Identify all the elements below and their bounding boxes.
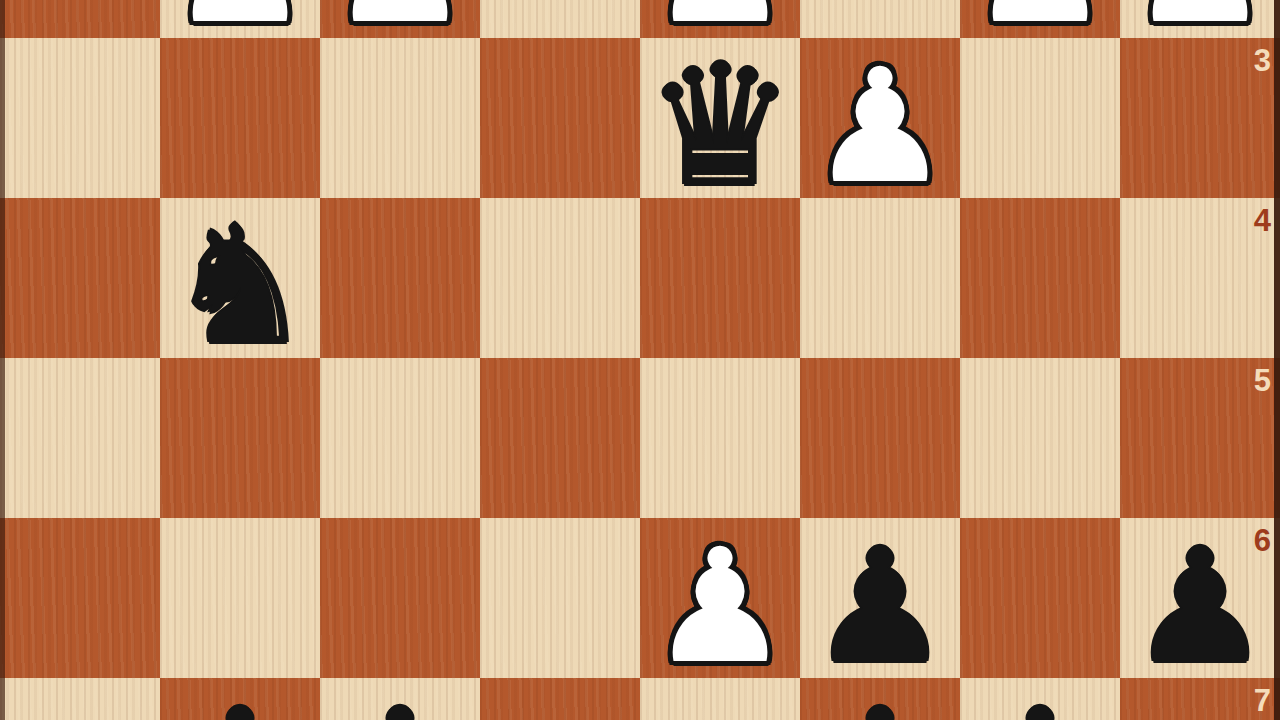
square-d4[interactable] [640,198,800,358]
square-g5[interactable] [160,358,320,518]
square-d6[interactable]: ♟ [640,518,800,678]
piece-black-knight-g4[interactable]: ♞ [166,206,313,366]
square-b6[interactable] [960,518,1120,678]
square-b7[interactable]: ♟ [960,678,1120,720]
square-e6[interactable] [480,518,640,678]
square-e2[interactable] [480,0,640,38]
square-a4[interactable]: 4 [1120,198,1280,358]
square-f3[interactable] [320,38,480,198]
rank-label-3: 3 [1254,45,1271,76]
square-a7[interactable]: 7 [1120,678,1280,720]
square-d5[interactable] [640,358,800,518]
square-e4[interactable] [480,198,640,358]
square-b3[interactable] [960,38,1120,198]
piece-white-pawn-d6[interactable]: ♟ [649,526,791,686]
square-d7[interactable] [640,678,800,720]
square-b4[interactable] [960,198,1120,358]
square-f4[interactable] [320,198,480,358]
piece-black-queen-d3[interactable]: ♛ [645,46,796,206]
square-e7[interactable] [480,678,640,720]
square-h3[interactable] [0,38,160,198]
square-c3[interactable]: ♟ [800,38,960,198]
rank-label-7: 7 [1254,685,1271,716]
square-c4[interactable] [800,198,960,358]
square-f7[interactable]: ♟ [320,678,480,720]
square-a3[interactable]: 3 [1120,38,1280,198]
square-h5[interactable] [0,358,160,518]
square-c7[interactable]: ♟ [800,678,960,720]
piece-black-pawn-c7[interactable]: ♟ [809,686,951,720]
rank-label-4: 4 [1254,205,1271,236]
square-f5[interactable] [320,358,480,518]
square-g2[interactable]: ♟ [160,0,320,38]
square-a6[interactable]: 6♟ [1120,518,1280,678]
piece-black-pawn-f7[interactable]: ♟ [329,686,471,720]
board-right-edge [1274,0,1280,720]
square-e3[interactable] [480,38,640,198]
board-left-edge [0,0,5,720]
square-b2[interactable]: ♟ [960,0,1120,38]
square-d3[interactable]: ♛ [640,38,800,198]
square-c5[interactable] [800,358,960,518]
rank-label-5: 5 [1254,365,1271,396]
square-c2[interactable] [800,0,960,38]
square-a2[interactable]: ♟ [1120,0,1280,38]
square-g4[interactable]: ♞ [160,198,320,358]
square-h7[interactable] [0,678,160,720]
square-f6[interactable] [320,518,480,678]
square-g3[interactable] [160,38,320,198]
square-h6[interactable] [0,518,160,678]
square-g6[interactable] [160,518,320,678]
square-e5[interactable] [480,358,640,518]
square-f2[interactable]: ♟ [320,0,480,38]
piece-black-pawn-b7[interactable]: ♟ [969,686,1111,720]
square-h2[interactable] [0,0,160,38]
square-c6[interactable]: ♟ [800,518,960,678]
piece-black-pawn-c6[interactable]: ♟ [809,526,951,686]
square-a5[interactable]: 5 [1120,358,1280,518]
chessboard: ♟♟♟♟♟♛♟3♞45♟♟6♟♟♟♟♟7 [0,0,1280,720]
square-h4[interactable] [0,198,160,358]
square-b5[interactable] [960,358,1120,518]
piece-black-pawn-a6[interactable]: ♟ [1129,526,1271,686]
piece-black-pawn-g7[interactable]: ♟ [169,686,311,720]
chessboard-viewport: ♟♟♟♟♟♛♟3♞45♟♟6♟♟♟♟♟7 [0,0,1280,720]
piece-white-pawn-c3[interactable]: ♟ [809,46,951,206]
square-g7[interactable]: ♟ [160,678,320,720]
